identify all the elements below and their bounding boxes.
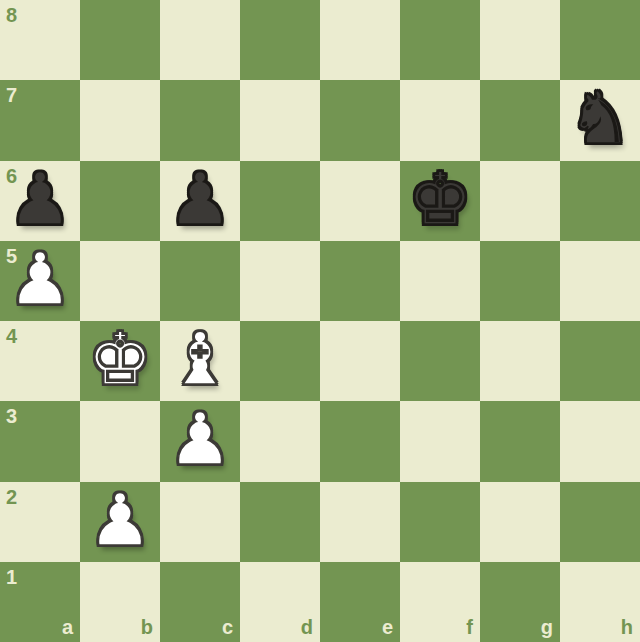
file-label-d: d: [301, 617, 313, 637]
square-a4[interactable]: 4: [0, 321, 80, 401]
rank-label-8: 8: [6, 5, 17, 25]
file-label-g: g: [541, 617, 553, 637]
square-b5[interactable]: [80, 241, 160, 321]
square-b7[interactable]: [80, 80, 160, 160]
file-label-f: f: [466, 617, 473, 637]
square-a6[interactable]: 6♟: [0, 161, 80, 241]
square-g5[interactable]: [480, 241, 560, 321]
square-b8[interactable]: [80, 0, 160, 80]
white-pawn-piece[interactable]: ♟: [88, 484, 153, 556]
square-g3[interactable]: [480, 401, 560, 481]
black-pawn-piece[interactable]: ♟: [8, 163, 73, 235]
rank-label-7: 7: [6, 85, 17, 105]
square-a8[interactable]: 8: [0, 0, 80, 80]
square-b6[interactable]: [80, 161, 160, 241]
square-e1[interactable]: e: [320, 562, 400, 642]
square-c5[interactable]: [160, 241, 240, 321]
square-c6[interactable]: ♟: [160, 161, 240, 241]
square-h2[interactable]: [560, 482, 640, 562]
square-b1[interactable]: b: [80, 562, 160, 642]
square-a2[interactable]: 2: [0, 482, 80, 562]
square-h1[interactable]: h: [560, 562, 640, 642]
square-d6[interactable]: [240, 161, 320, 241]
square-c3[interactable]: ♟: [160, 401, 240, 481]
square-c4[interactable]: ♝: [160, 321, 240, 401]
square-f3[interactable]: [400, 401, 480, 481]
file-label-c: c: [222, 617, 233, 637]
chess-board: 87♞6♟♟♚5♟4♚♝3♟2♟1abcdefgh: [0, 0, 640, 642]
square-d2[interactable]: [240, 482, 320, 562]
square-f1[interactable]: f: [400, 562, 480, 642]
square-b2[interactable]: ♟: [80, 482, 160, 562]
white-bishop-piece[interactable]: ♝: [168, 323, 233, 395]
square-e3[interactable]: [320, 401, 400, 481]
square-e5[interactable]: [320, 241, 400, 321]
square-b4[interactable]: ♚: [80, 321, 160, 401]
square-h3[interactable]: [560, 401, 640, 481]
square-e2[interactable]: [320, 482, 400, 562]
square-d8[interactable]: [240, 0, 320, 80]
file-label-e: e: [382, 617, 393, 637]
square-d1[interactable]: d: [240, 562, 320, 642]
rank-label-4: 4: [6, 326, 17, 346]
square-a1[interactable]: 1a: [0, 562, 80, 642]
rank-label-1: 1: [6, 567, 17, 587]
square-c7[interactable]: [160, 80, 240, 160]
square-d7[interactable]: [240, 80, 320, 160]
square-g8[interactable]: [480, 0, 560, 80]
white-pawn-piece[interactable]: ♟: [168, 403, 233, 475]
square-e8[interactable]: [320, 0, 400, 80]
white-pawn-piece[interactable]: ♟: [8, 243, 73, 315]
square-c2[interactable]: [160, 482, 240, 562]
square-g2[interactable]: [480, 482, 560, 562]
file-label-b: b: [141, 617, 153, 637]
black-pawn-piece[interactable]: ♟: [168, 163, 233, 235]
square-g6[interactable]: [480, 161, 560, 241]
square-a3[interactable]: 3: [0, 401, 80, 481]
square-f7[interactable]: [400, 80, 480, 160]
square-e6[interactable]: [320, 161, 400, 241]
square-h8[interactable]: [560, 0, 640, 80]
file-label-h: h: [621, 617, 633, 637]
square-g7[interactable]: [480, 80, 560, 160]
square-a5[interactable]: 5♟: [0, 241, 80, 321]
square-e4[interactable]: [320, 321, 400, 401]
square-f2[interactable]: [400, 482, 480, 562]
square-d4[interactable]: [240, 321, 320, 401]
square-h6[interactable]: [560, 161, 640, 241]
square-f6[interactable]: ♚: [400, 161, 480, 241]
square-a7[interactable]: 7: [0, 80, 80, 160]
square-c1[interactable]: c: [160, 562, 240, 642]
square-e7[interactable]: [320, 80, 400, 160]
square-d5[interactable]: [240, 241, 320, 321]
square-h7[interactable]: ♞: [560, 80, 640, 160]
square-d3[interactable]: [240, 401, 320, 481]
square-b3[interactable]: [80, 401, 160, 481]
square-f5[interactable]: [400, 241, 480, 321]
square-f8[interactable]: [400, 0, 480, 80]
file-label-a: a: [62, 617, 73, 637]
rank-label-2: 2: [6, 487, 17, 507]
white-king-piece[interactable]: ♚: [88, 323, 153, 395]
square-g4[interactable]: [480, 321, 560, 401]
square-h4[interactable]: [560, 321, 640, 401]
square-g1[interactable]: g: [480, 562, 560, 642]
square-h5[interactable]: [560, 241, 640, 321]
black-king-piece[interactable]: ♚: [408, 163, 473, 235]
square-c8[interactable]: [160, 0, 240, 80]
black-knight-piece[interactable]: ♞: [568, 82, 633, 154]
rank-label-3: 3: [6, 406, 17, 426]
square-f4[interactable]: [400, 321, 480, 401]
